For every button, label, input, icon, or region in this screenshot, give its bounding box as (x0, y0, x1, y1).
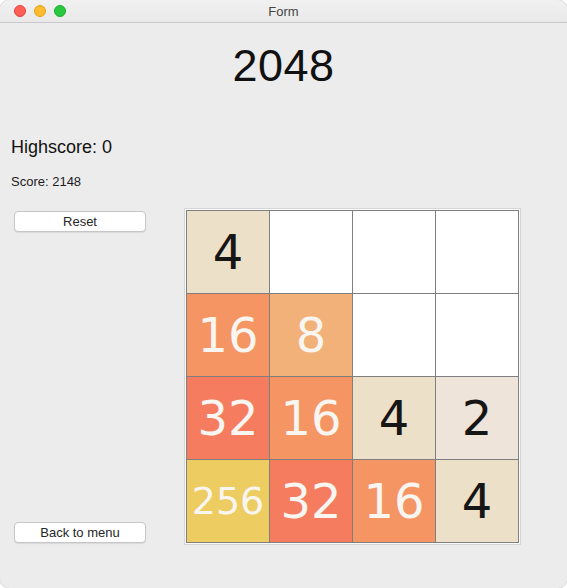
highscore-label: Highscore: 0 (11, 137, 112, 158)
traffic-lights (14, 5, 66, 17)
board-cell-r4c2: 32 (270, 460, 352, 542)
board-cell-r2c1: 16 (187, 294, 269, 376)
board-cell-r3c2: 16 (270, 377, 352, 459)
minimize-button-icon[interactable] (34, 5, 46, 17)
board-cell-r4c4: 4 (436, 460, 518, 542)
board[interactable]: 416832164225632164 (186, 210, 519, 543)
board-frame: 416832164225632164 (184, 208, 521, 545)
board-cell-r1c1: 4 (187, 211, 269, 293)
reset-button[interactable]: Reset (14, 211, 146, 232)
board-cell-r2c2: 8 (270, 294, 352, 376)
title-bar[interactable]: Form (0, 0, 567, 23)
board-cell-r1c3 (353, 211, 435, 293)
board-cell-r3c3: 4 (353, 377, 435, 459)
page-title: 2048 (0, 40, 567, 92)
board-cell-r2c4 (436, 294, 518, 376)
board-cell-r4c3: 16 (353, 460, 435, 542)
window-title: Form (268, 4, 298, 19)
app-window: Form 2048 Highscore: 0 Score: 2148 Reset… (0, 0, 567, 588)
score-label: Score: 2148 (11, 174, 81, 189)
board-cell-r1c2 (270, 211, 352, 293)
close-button-icon[interactable] (14, 5, 26, 17)
board-cell-r2c3 (353, 294, 435, 376)
board-cell-r3c1: 32 (187, 377, 269, 459)
board-cell-r3c4: 2 (436, 377, 518, 459)
board-cell-r4c1: 256 (187, 460, 269, 542)
zoom-button-icon[interactable] (54, 5, 66, 17)
board-cell-r1c4 (436, 211, 518, 293)
back-to-menu-button[interactable]: Back to menu (14, 522, 146, 543)
